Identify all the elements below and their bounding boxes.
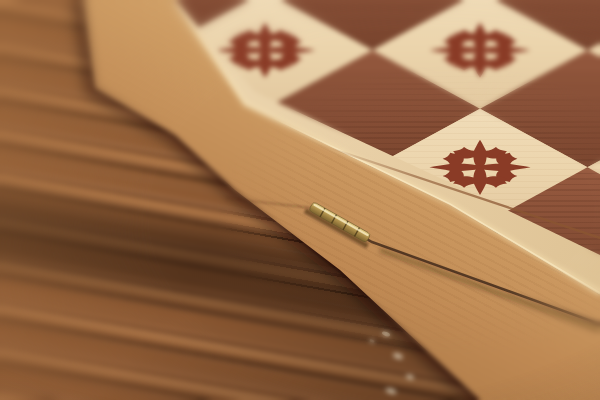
cross-inlay-icon	[425, 137, 535, 197]
cross-inlay-icon	[210, 20, 320, 80]
photo-scene	[0, 0, 600, 400]
cross-inlay-icon	[425, 20, 535, 80]
